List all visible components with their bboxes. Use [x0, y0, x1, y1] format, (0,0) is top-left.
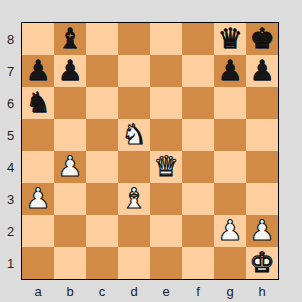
square-d4[interactable] — [118, 151, 150, 183]
rank-label-5: 5 — [0, 119, 21, 151]
black-pawn-piece: ♟ — [57, 55, 82, 87]
white-pawn-piece: ♟ — [217, 215, 242, 247]
square-c3[interactable] — [86, 183, 118, 215]
square-f4[interactable] — [182, 151, 214, 183]
square-e7[interactable] — [150, 55, 182, 87]
black-pawn-piece: ♟ — [217, 55, 242, 87]
square-b2[interactable] — [54, 215, 86, 247]
rank-label-8: 8 — [0, 23, 21, 55]
square-c2[interactable] — [86, 215, 118, 247]
square-g1[interactable] — [214, 247, 246, 279]
file-labels: abcdefgh — [22, 280, 278, 302]
square-h7[interactable]: ♟ — [246, 55, 278, 87]
black-queen-piece: ♛ — [217, 23, 242, 55]
black-pawn-piece: ♟ — [25, 55, 50, 87]
square-b4[interactable]: ♟ — [54, 151, 86, 183]
rank-label-6: 6 — [0, 87, 21, 119]
rank-label-4: 4 — [0, 151, 21, 183]
square-h3[interactable] — [246, 183, 278, 215]
square-a6[interactable]: ♞ — [22, 87, 54, 119]
square-c8[interactable] — [86, 23, 118, 55]
square-c6[interactable] — [86, 87, 118, 119]
square-g6[interactable] — [214, 87, 246, 119]
square-d2[interactable] — [118, 215, 150, 247]
square-b3[interactable] — [54, 183, 86, 215]
square-a5[interactable] — [22, 119, 54, 151]
white-knight-piece: ♞ — [121, 119, 146, 151]
rank-label-2: 2 — [0, 215, 21, 247]
square-b6[interactable] — [54, 87, 86, 119]
square-e2[interactable] — [150, 215, 182, 247]
square-g7[interactable]: ♟ — [214, 55, 246, 87]
square-d8[interactable] — [118, 23, 150, 55]
file-label-b: b — [54, 280, 86, 302]
file-label-e: e — [150, 280, 182, 302]
rank-label-3: 3 — [0, 183, 21, 215]
square-a7[interactable]: ♟ — [22, 55, 54, 87]
square-d1[interactable] — [118, 247, 150, 279]
white-pawn-piece: ♟ — [25, 183, 50, 215]
square-a1[interactable] — [22, 247, 54, 279]
square-a2[interactable] — [22, 215, 54, 247]
square-a4[interactable] — [22, 151, 54, 183]
square-c5[interactable] — [86, 119, 118, 151]
square-h2[interactable]: ♟ — [246, 215, 278, 247]
rank-label-1: 1 — [0, 247, 21, 279]
square-f6[interactable] — [182, 87, 214, 119]
square-e1[interactable] — [150, 247, 182, 279]
square-d6[interactable] — [118, 87, 150, 119]
square-b5[interactable] — [54, 119, 86, 151]
square-c1[interactable] — [86, 247, 118, 279]
square-g2[interactable]: ♟ — [214, 215, 246, 247]
square-e3[interactable] — [150, 183, 182, 215]
white-pawn-piece: ♟ — [57, 151, 82, 183]
square-d3[interactable]: ♝ — [118, 183, 150, 215]
square-h6[interactable] — [246, 87, 278, 119]
square-e4[interactable]: ♛ — [150, 151, 182, 183]
square-g3[interactable] — [214, 183, 246, 215]
square-h4[interactable] — [246, 151, 278, 183]
file-label-f: f — [182, 280, 214, 302]
white-pawn-piece: ♟ — [249, 215, 274, 247]
square-b7[interactable]: ♟ — [54, 55, 86, 87]
square-c7[interactable] — [86, 55, 118, 87]
square-e5[interactable] — [150, 119, 182, 151]
chess-board: ♝♛♚♟♟♟♟♞♞♟♛♟♝♟♟♚ — [21, 22, 279, 280]
rank-label-7: 7 — [0, 55, 21, 87]
square-a3[interactable]: ♟ — [22, 183, 54, 215]
file-label-a: a — [22, 280, 54, 302]
black-knight-piece: ♞ — [25, 87, 50, 119]
file-label-d: d — [118, 280, 150, 302]
square-d7[interactable] — [118, 55, 150, 87]
chess-diagram: 87654321 ♝♛♚♟♟♟♟♞♞♟♛♟♝♟♟♚ abcdefgh — [0, 0, 302, 302]
square-d5[interactable]: ♞ — [118, 119, 150, 151]
square-h8[interactable]: ♚ — [246, 23, 278, 55]
black-king-piece: ♚ — [249, 23, 274, 55]
file-label-c: c — [86, 280, 118, 302]
square-f5[interactable] — [182, 119, 214, 151]
black-bishop-piece: ♝ — [57, 23, 82, 55]
square-b8[interactable]: ♝ — [54, 23, 86, 55]
square-c4[interactable] — [86, 151, 118, 183]
white-bishop-piece: ♝ — [121, 183, 146, 215]
square-f7[interactable] — [182, 55, 214, 87]
file-label-g: g — [214, 280, 246, 302]
square-f2[interactable] — [182, 215, 214, 247]
rank-labels: 87654321 — [0, 23, 21, 279]
file-label-h: h — [246, 280, 278, 302]
square-g8[interactable]: ♛ — [214, 23, 246, 55]
square-h5[interactable] — [246, 119, 278, 151]
square-g5[interactable] — [214, 119, 246, 151]
square-g4[interactable] — [214, 151, 246, 183]
black-pawn-piece: ♟ — [249, 55, 274, 87]
square-f3[interactable] — [182, 183, 214, 215]
square-e6[interactable] — [150, 87, 182, 119]
white-king-piece: ♚ — [249, 247, 274, 279]
square-b1[interactable] — [54, 247, 86, 279]
square-a8[interactable] — [22, 23, 54, 55]
square-f1[interactable] — [182, 247, 214, 279]
square-h1[interactable]: ♚ — [246, 247, 278, 279]
square-e8[interactable] — [150, 23, 182, 55]
square-f8[interactable] — [182, 23, 214, 55]
white-queen-piece: ♛ — [153, 151, 178, 183]
